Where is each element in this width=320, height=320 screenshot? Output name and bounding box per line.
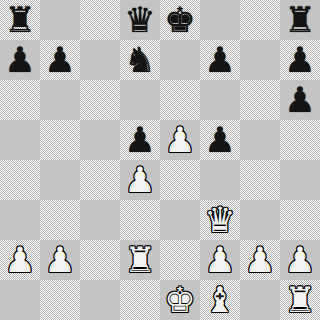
black-pawn[interactable]: ♟ bbox=[284, 80, 315, 120]
square-g4[interactable] bbox=[240, 160, 280, 200]
black-pawn[interactable]: ♟ bbox=[4, 40, 35, 80]
square-c8[interactable] bbox=[80, 0, 120, 40]
white-pawn[interactable]: ♟ bbox=[124, 160, 155, 200]
square-a1[interactable] bbox=[0, 280, 40, 320]
square-a7[interactable]: ♟ bbox=[0, 40, 40, 80]
black-king[interactable]: ♚ bbox=[164, 0, 195, 40]
square-e1[interactable]: ♚ bbox=[160, 280, 200, 320]
square-g3[interactable] bbox=[240, 200, 280, 240]
square-b3[interactable] bbox=[40, 200, 80, 240]
square-d4[interactable]: ♟ bbox=[120, 160, 160, 200]
black-rook[interactable]: ♜ bbox=[4, 0, 35, 40]
black-knight[interactable]: ♞ bbox=[124, 40, 155, 80]
square-b8[interactable] bbox=[40, 0, 80, 40]
white-bishop[interactable]: ♝ bbox=[204, 280, 235, 320]
square-c2[interactable] bbox=[80, 240, 120, 280]
square-g1[interactable] bbox=[240, 280, 280, 320]
square-c6[interactable] bbox=[80, 80, 120, 120]
square-d1[interactable] bbox=[120, 280, 160, 320]
black-pawn[interactable]: ♟ bbox=[44, 40, 75, 80]
square-h6[interactable]: ♟ bbox=[280, 80, 320, 120]
square-d3[interactable] bbox=[120, 200, 160, 240]
square-h8[interactable]: ♜ bbox=[280, 0, 320, 40]
square-a3[interactable] bbox=[0, 200, 40, 240]
square-g2[interactable]: ♟ bbox=[240, 240, 280, 280]
square-b7[interactable]: ♟ bbox=[40, 40, 80, 80]
square-h5[interactable] bbox=[280, 120, 320, 160]
square-f1[interactable]: ♝ bbox=[200, 280, 240, 320]
white-rook[interactable]: ♜ bbox=[284, 280, 315, 320]
white-pawn[interactable]: ♟ bbox=[4, 240, 35, 280]
square-g7[interactable] bbox=[240, 40, 280, 80]
square-c3[interactable] bbox=[80, 200, 120, 240]
square-h1[interactable]: ♜ bbox=[280, 280, 320, 320]
square-b4[interactable] bbox=[40, 160, 80, 200]
square-f6[interactable] bbox=[200, 80, 240, 120]
square-h7[interactable]: ♟ bbox=[280, 40, 320, 80]
square-g5[interactable] bbox=[240, 120, 280, 160]
square-c1[interactable] bbox=[80, 280, 120, 320]
square-c7[interactable] bbox=[80, 40, 120, 80]
square-f8[interactable] bbox=[200, 0, 240, 40]
square-h4[interactable] bbox=[280, 160, 320, 200]
square-c4[interactable] bbox=[80, 160, 120, 200]
square-b2[interactable]: ♟ bbox=[40, 240, 80, 280]
square-f4[interactable] bbox=[200, 160, 240, 200]
square-f7[interactable]: ♟ bbox=[200, 40, 240, 80]
black-pawn[interactable]: ♟ bbox=[284, 40, 315, 80]
chess-board: ♜♛♚♜♟♟♞♟♟♟♟♟♟♟♛♟♟♜♟♟♟♚♝♜ bbox=[0, 0, 320, 320]
square-f3[interactable]: ♛ bbox=[200, 200, 240, 240]
square-d2[interactable]: ♜ bbox=[120, 240, 160, 280]
square-d8[interactable]: ♛ bbox=[120, 0, 160, 40]
black-rook[interactable]: ♜ bbox=[284, 0, 315, 40]
white-pawn[interactable]: ♟ bbox=[44, 240, 75, 280]
black-pawn[interactable]: ♟ bbox=[204, 120, 235, 160]
square-e4[interactable] bbox=[160, 160, 200, 200]
square-e6[interactable] bbox=[160, 80, 200, 120]
square-b5[interactable] bbox=[40, 120, 80, 160]
square-f5[interactable]: ♟ bbox=[200, 120, 240, 160]
square-h2[interactable]: ♟ bbox=[280, 240, 320, 280]
square-e3[interactable] bbox=[160, 200, 200, 240]
square-a5[interactable] bbox=[0, 120, 40, 160]
square-a2[interactable]: ♟ bbox=[0, 240, 40, 280]
square-e8[interactable]: ♚ bbox=[160, 0, 200, 40]
square-a6[interactable] bbox=[0, 80, 40, 120]
square-g6[interactable] bbox=[240, 80, 280, 120]
square-e7[interactable] bbox=[160, 40, 200, 80]
square-f2[interactable]: ♟ bbox=[200, 240, 240, 280]
white-pawn[interactable]: ♟ bbox=[204, 240, 235, 280]
square-e5[interactable]: ♟ bbox=[160, 120, 200, 160]
black-pawn[interactable]: ♟ bbox=[124, 120, 155, 160]
square-d5[interactable]: ♟ bbox=[120, 120, 160, 160]
square-b6[interactable] bbox=[40, 80, 80, 120]
white-king[interactable]: ♚ bbox=[164, 280, 195, 320]
white-pawn[interactable]: ♟ bbox=[244, 240, 275, 280]
square-e2[interactable] bbox=[160, 240, 200, 280]
black-pawn[interactable]: ♟ bbox=[204, 40, 235, 80]
white-pawn[interactable]: ♟ bbox=[164, 120, 195, 160]
square-c5[interactable] bbox=[80, 120, 120, 160]
square-a4[interactable] bbox=[0, 160, 40, 200]
square-g8[interactable] bbox=[240, 0, 280, 40]
square-d7[interactable]: ♞ bbox=[120, 40, 160, 80]
white-rook[interactable]: ♜ bbox=[124, 240, 155, 280]
square-h3[interactable] bbox=[280, 200, 320, 240]
square-d6[interactable] bbox=[120, 80, 160, 120]
square-b1[interactable] bbox=[40, 280, 80, 320]
white-pawn[interactable]: ♟ bbox=[284, 240, 315, 280]
black-queen[interactable]: ♛ bbox=[124, 0, 155, 40]
square-a8[interactable]: ♜ bbox=[0, 0, 40, 40]
white-queen[interactable]: ♛ bbox=[204, 200, 235, 240]
